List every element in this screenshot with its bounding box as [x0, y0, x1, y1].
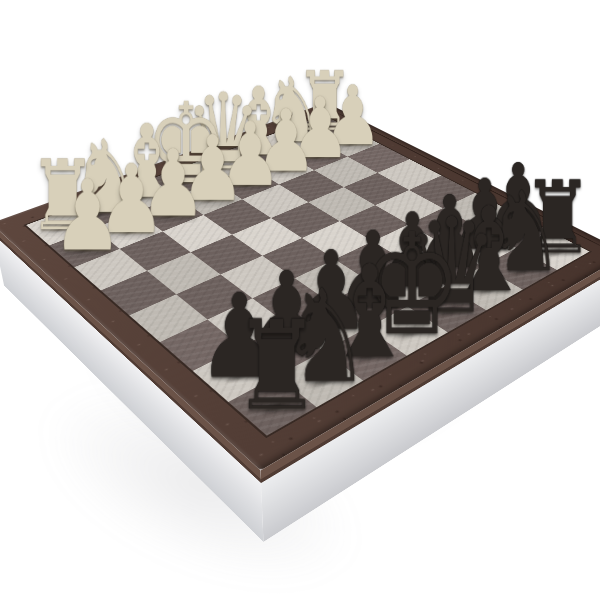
chess-box: ♜♞♝♚♛♝♞♜♟♟♟♟♟♟♟♟♟♟♟♟♟♟♟♟♜♞♝♚♛♝♞♜	[0, 103, 600, 471]
render-stage: ♜♞♝♚♛♝♞♜♟♟♟♟♟♟♟♟♟♟♟♟♟♟♟♟♜♞♝♚♛♝♞♜	[0, 0, 600, 600]
scene: ♜♞♝♚♛♝♞♜♟♟♟♟♟♟♟♟♟♟♟♟♟♟♟♟♜♞♝♚♛♝♞♜	[0, 0, 600, 600]
white-pawn-h2: ♟	[22, 167, 152, 265]
